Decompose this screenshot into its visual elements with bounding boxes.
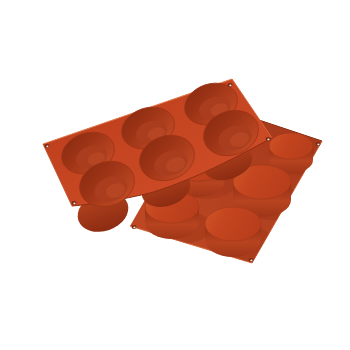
corner-hole: [228, 83, 233, 87]
corner-hole: [316, 142, 321, 146]
product-photo: [0, 0, 350, 350]
corner-hole: [132, 225, 137, 229]
corner-hole: [72, 201, 77, 205]
corner-hole: [45, 144, 50, 148]
mold-photo-canvas: [0, 0, 350, 350]
corner-hole: [249, 258, 254, 262]
cylinder-front-middle: [205, 207, 261, 257]
corner-hole: [266, 137, 271, 141]
